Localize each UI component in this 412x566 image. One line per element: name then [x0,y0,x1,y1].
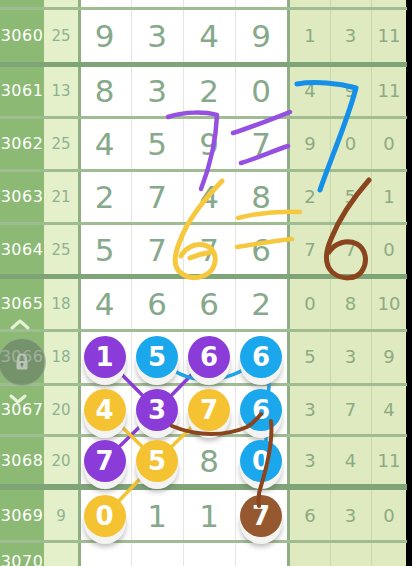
chevron-down-icon[interactable] [11,396,25,402]
yellow-double-stroke-annotation [237,212,300,247]
chevron-up-icon[interactable] [12,321,28,328]
blue-seven-annotation [297,83,356,190]
brown-six-annotation [327,180,369,278]
padlock-icon [12,352,32,372]
freehand-annotations [0,0,412,566]
lottery-trend-chart: 3060259349131130611383204911306225459790… [0,0,412,566]
purple-double-stroke-annotation [233,112,290,163]
lock-button[interactable] [0,338,46,386]
brown-connector-line [172,414,271,506]
purple-seven-annotation [168,113,217,189]
yellow-six-annotation [175,181,222,278]
